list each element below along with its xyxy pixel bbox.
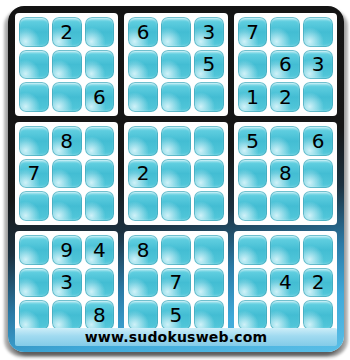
cell-r2c5[interactable] bbox=[161, 50, 191, 80]
cell-r7c7[interactable] bbox=[238, 235, 268, 265]
cell-r5c9[interactable] bbox=[303, 159, 333, 189]
cell-r5c1[interactable]: 7 bbox=[19, 159, 49, 189]
cell-r2c8[interactable]: 6 bbox=[270, 50, 300, 80]
cell-r1c9[interactable] bbox=[303, 17, 333, 47]
cell-r1c1[interactable] bbox=[19, 17, 49, 47]
box-3-3: 42 bbox=[234, 231, 337, 334]
sudoku-board: 2663576312872568943887542 www.sudokusweb… bbox=[8, 6, 344, 352]
cell-r6c7[interactable] bbox=[238, 191, 268, 221]
cell-r9c8[interactable] bbox=[270, 300, 300, 330]
cell-r6c2[interactable] bbox=[52, 191, 82, 221]
cell-r8c5[interactable]: 7 bbox=[161, 268, 191, 298]
box-2-2: 2 bbox=[124, 122, 227, 225]
cell-r1c2[interactable]: 2 bbox=[52, 17, 82, 47]
cell-r2c4[interactable] bbox=[128, 50, 158, 80]
cell-r4c3[interactable] bbox=[85, 126, 115, 156]
cell-r1c4[interactable]: 6 bbox=[128, 17, 158, 47]
cell-r4c9[interactable]: 6 bbox=[303, 126, 333, 156]
cell-r4c4[interactable] bbox=[128, 126, 158, 156]
cell-r9c9[interactable] bbox=[303, 300, 333, 330]
cell-r4c2[interactable]: 8 bbox=[52, 126, 82, 156]
box-1-3: 76312 bbox=[234, 13, 337, 116]
box-3-2: 875 bbox=[124, 231, 227, 334]
sudoku-grid: 2663576312872568943887542 bbox=[15, 13, 337, 334]
cell-r9c6[interactable] bbox=[194, 300, 224, 330]
cell-r6c3[interactable] bbox=[85, 191, 115, 221]
cell-r6c8[interactable] bbox=[270, 191, 300, 221]
cell-r7c1[interactable] bbox=[19, 235, 49, 265]
box-3-1: 9438 bbox=[15, 231, 118, 334]
cell-r5c3[interactable] bbox=[85, 159, 115, 189]
cell-r3c8[interactable]: 2 bbox=[270, 82, 300, 112]
cell-r7c2[interactable]: 9 bbox=[52, 235, 82, 265]
cell-r8c7[interactable] bbox=[238, 268, 268, 298]
cell-r4c6[interactable] bbox=[194, 126, 224, 156]
cell-r1c7[interactable]: 7 bbox=[238, 17, 268, 47]
cell-r5c8[interactable]: 8 bbox=[270, 159, 300, 189]
cell-r6c1[interactable] bbox=[19, 191, 49, 221]
cell-r4c5[interactable] bbox=[161, 126, 191, 156]
cell-r2c1[interactable] bbox=[19, 50, 49, 80]
cell-r8c4[interactable] bbox=[128, 268, 158, 298]
cell-r3c3[interactable]: 6 bbox=[85, 82, 115, 112]
cell-r3c9[interactable] bbox=[303, 82, 333, 112]
cell-r8c1[interactable] bbox=[19, 268, 49, 298]
cell-r2c6[interactable]: 5 bbox=[194, 50, 224, 80]
cell-r6c5[interactable] bbox=[161, 191, 191, 221]
cell-r9c3[interactable]: 8 bbox=[85, 300, 115, 330]
cell-r8c3[interactable] bbox=[85, 268, 115, 298]
box-2-1: 87 bbox=[15, 122, 118, 225]
cell-r5c6[interactable] bbox=[194, 159, 224, 189]
cell-r1c5[interactable] bbox=[161, 17, 191, 47]
cell-r3c6[interactable] bbox=[194, 82, 224, 112]
cell-r1c3[interactable] bbox=[85, 17, 115, 47]
cell-r5c5[interactable] bbox=[161, 159, 191, 189]
cell-r8c9[interactable]: 2 bbox=[303, 268, 333, 298]
cell-r9c5[interactable]: 5 bbox=[161, 300, 191, 330]
cell-r5c2[interactable] bbox=[52, 159, 82, 189]
cell-r9c4[interactable] bbox=[128, 300, 158, 330]
cell-r6c6[interactable] bbox=[194, 191, 224, 221]
box-1-1: 26 bbox=[15, 13, 118, 116]
cell-r8c2[interactable]: 3 bbox=[52, 268, 82, 298]
cell-r1c8[interactable] bbox=[270, 17, 300, 47]
cell-r9c7[interactable] bbox=[238, 300, 268, 330]
cell-r3c4[interactable] bbox=[128, 82, 158, 112]
cell-r5c4[interactable]: 2 bbox=[128, 159, 158, 189]
cell-r7c9[interactable] bbox=[303, 235, 333, 265]
cell-r7c8[interactable] bbox=[270, 235, 300, 265]
cell-r7c3[interactable]: 4 bbox=[85, 235, 115, 265]
footer-band: www.sudokusweb.com bbox=[15, 328, 337, 346]
site-url: www.sudokusweb.com bbox=[85, 329, 268, 345]
cell-r1c6[interactable]: 3 bbox=[194, 17, 224, 47]
cell-r8c8[interactable]: 4 bbox=[270, 268, 300, 298]
cell-r5c7[interactable] bbox=[238, 159, 268, 189]
box-2-3: 568 bbox=[234, 122, 337, 225]
cell-r6c9[interactable] bbox=[303, 191, 333, 221]
cell-r4c7[interactable]: 5 bbox=[238, 126, 268, 156]
cell-r2c3[interactable] bbox=[85, 50, 115, 80]
cell-r3c1[interactable] bbox=[19, 82, 49, 112]
cell-r3c5[interactable] bbox=[161, 82, 191, 112]
cell-r6c4[interactable] bbox=[128, 191, 158, 221]
cell-r3c7[interactable]: 1 bbox=[238, 82, 268, 112]
cell-r7c5[interactable] bbox=[161, 235, 191, 265]
cell-r9c1[interactable] bbox=[19, 300, 49, 330]
cell-r8c6[interactable] bbox=[194, 268, 224, 298]
cell-r2c7[interactable] bbox=[238, 50, 268, 80]
cell-r7c4[interactable]: 8 bbox=[128, 235, 158, 265]
cell-r4c8[interactable] bbox=[270, 126, 300, 156]
cell-r3c2[interactable] bbox=[52, 82, 82, 112]
cell-r2c2[interactable] bbox=[52, 50, 82, 80]
cell-r7c6[interactable] bbox=[194, 235, 224, 265]
cell-r9c2[interactable] bbox=[52, 300, 82, 330]
cell-r2c9[interactable]: 3 bbox=[303, 50, 333, 80]
cell-r4c1[interactable] bbox=[19, 126, 49, 156]
box-1-2: 635 bbox=[124, 13, 227, 116]
